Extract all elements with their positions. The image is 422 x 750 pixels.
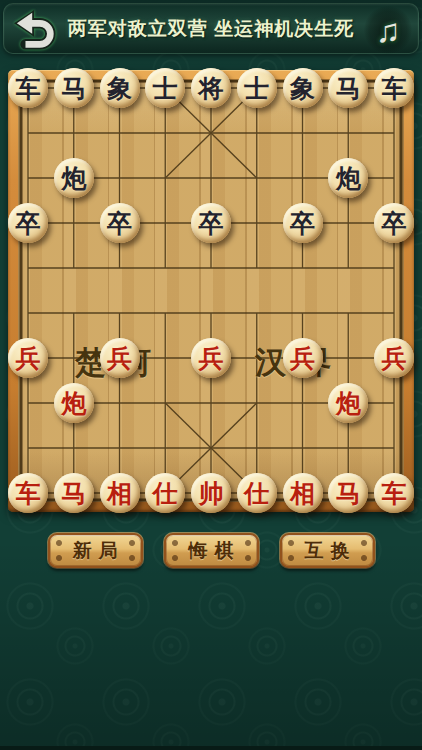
piece-车[interactable]: 车 (8, 68, 48, 108)
piece-象[interactable]: 象 (283, 68, 323, 108)
board-grid (8, 70, 414, 512)
piece-卒[interactable]: 卒 (100, 203, 140, 243)
piece-卒[interactable]: 卒 (191, 203, 231, 243)
piece-仕[interactable]: 仕 (145, 473, 185, 513)
piece-士[interactable]: 士 (237, 68, 277, 108)
piece-马[interactable]: 马 (54, 473, 94, 513)
piece-将[interactable]: 将 (191, 68, 231, 108)
piece-马[interactable]: 马 (54, 68, 94, 108)
piece-炮[interactable]: 炮 (54, 383, 94, 423)
piece-车[interactable]: 车 (374, 68, 414, 108)
music-note-icon: ♫ (376, 14, 401, 47)
undo-button[interactable]: 悔棋 (164, 533, 259, 568)
button-row: 新局 悔棋 互换 (0, 533, 422, 568)
piece-炮[interactable]: 炮 (328, 383, 368, 423)
piece-相[interactable]: 相 (100, 473, 140, 513)
piece-兵[interactable]: 兵 (8, 338, 48, 378)
piece-兵[interactable]: 兵 (191, 338, 231, 378)
piece-卒[interactable]: 卒 (374, 203, 414, 243)
piece-卒[interactable]: 卒 (8, 203, 48, 243)
bottom-strip (0, 746, 422, 750)
piece-炮[interactable]: 炮 (54, 158, 94, 198)
piece-士[interactable]: 士 (145, 68, 185, 108)
piece-相[interactable]: 相 (283, 473, 323, 513)
piece-兵[interactable]: 兵 (100, 338, 140, 378)
xiangqi-board[interactable]: 楚河 汉界 车马象士将士象马车炮炮卒卒卒卒卒兵兵兵兵兵炮炮车马相仕帅仕相马车 (8, 70, 414, 512)
piece-炮[interactable]: 炮 (328, 158, 368, 198)
piece-车[interactable]: 车 (8, 473, 48, 513)
piece-仕[interactable]: 仕 (237, 473, 277, 513)
piece-象[interactable]: 象 (100, 68, 140, 108)
swap-button[interactable]: 互换 (280, 533, 375, 568)
piece-卒[interactable]: 卒 (283, 203, 323, 243)
screen: 两军对敌立双营 坐运神机决生死 ♫ (0, 0, 422, 750)
page-title: 两军对敌立双营 坐运神机决生死 (66, 4, 356, 53)
back-button[interactable] (11, 7, 61, 53)
piece-帅[interactable]: 帅 (191, 473, 231, 513)
piece-兵[interactable]: 兵 (283, 338, 323, 378)
piece-马[interactable]: 马 (328, 68, 368, 108)
piece-马[interactable]: 马 (328, 473, 368, 513)
piece-兵[interactable]: 兵 (374, 338, 414, 378)
new-game-button[interactable]: 新局 (48, 533, 143, 568)
piece-车[interactable]: 车 (374, 473, 414, 513)
music-button[interactable]: ♫ (364, 6, 412, 54)
title-bar: 两军对敌立双营 坐运神机决生死 ♫ (3, 3, 419, 54)
back-arrow-icon (14, 9, 58, 51)
